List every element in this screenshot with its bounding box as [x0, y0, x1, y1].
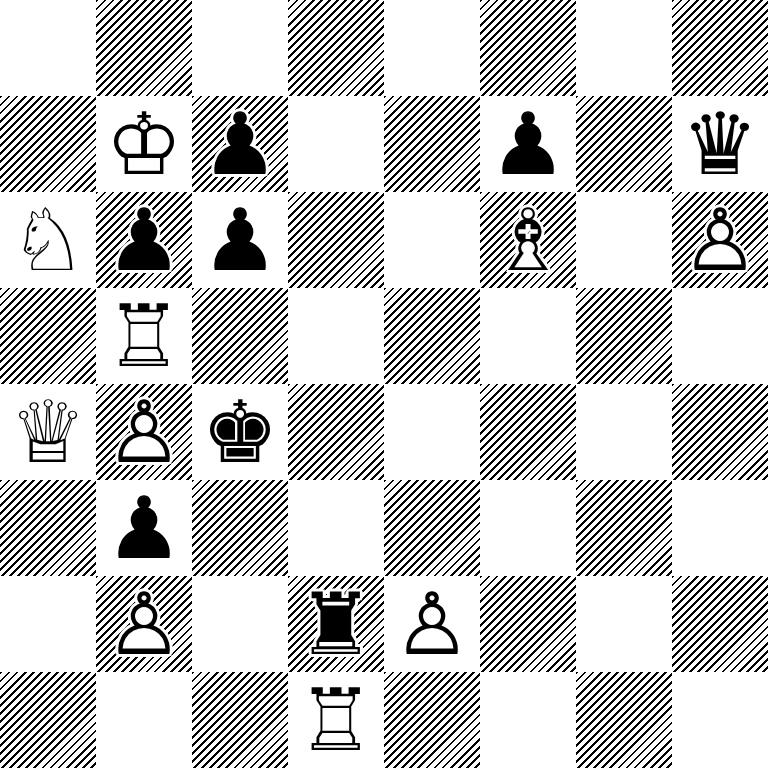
square-b8[interactable]	[96, 0, 192, 96]
square-e5[interactable]	[384, 288, 480, 384]
black-pawn: ♟♟	[192, 192, 288, 288]
square-g4[interactable]	[576, 384, 672, 480]
white-bishop: ♝♗	[480, 192, 576, 288]
square-h2[interactable]	[672, 576, 768, 672]
square-h6[interactable]: ♟♙	[672, 192, 768, 288]
square-f8[interactable]	[480, 0, 576, 96]
square-e6[interactable]	[384, 192, 480, 288]
square-h3[interactable]	[672, 480, 768, 576]
square-b2[interactable]: ♟♙	[96, 576, 192, 672]
piece-glyph: ♟	[96, 480, 192, 576]
square-e1[interactable]	[384, 672, 480, 768]
white-rook: ♜♖	[96, 288, 192, 384]
square-f1[interactable]	[480, 672, 576, 768]
black-pawn: ♟♟	[192, 96, 288, 192]
black-pawn: ♟♟	[480, 96, 576, 192]
square-h4[interactable]	[672, 384, 768, 480]
square-c2[interactable]	[192, 576, 288, 672]
white-king: ♚♔	[96, 96, 192, 192]
square-g5[interactable]	[576, 288, 672, 384]
square-b3[interactable]: ♟♟	[96, 480, 192, 576]
square-f7[interactable]: ♟♟	[480, 96, 576, 192]
square-a2[interactable]	[0, 576, 96, 672]
square-a1[interactable]	[0, 672, 96, 768]
white-knight: ♞♘	[0, 192, 96, 288]
square-a5[interactable]	[0, 288, 96, 384]
piece-glyph: ♔	[96, 96, 192, 192]
square-f3[interactable]	[480, 480, 576, 576]
square-d8[interactable]	[288, 0, 384, 96]
square-e8[interactable]	[384, 0, 480, 96]
piece-glyph: ♙	[96, 384, 192, 480]
chess-board: ♚♔♟♟♟♟♛♛♞♘♟♟♟♟♝♗♟♙♜♖♛♕♟♙♚♚♟♟♟♙♜♜♟♙♜♖	[0, 0, 768, 768]
piece-glyph: ♖	[288, 672, 384, 768]
piece-glyph: ♟	[96, 192, 192, 288]
square-g2[interactable]	[576, 576, 672, 672]
square-h8[interactable]	[672, 0, 768, 96]
square-d7[interactable]	[288, 96, 384, 192]
piece-glyph: ♟	[192, 96, 288, 192]
square-e7[interactable]	[384, 96, 480, 192]
square-h5[interactable]	[672, 288, 768, 384]
square-f5[interactable]	[480, 288, 576, 384]
square-d5[interactable]	[288, 288, 384, 384]
square-g8[interactable]	[576, 0, 672, 96]
white-pawn: ♟♙	[96, 384, 192, 480]
square-g6[interactable]	[576, 192, 672, 288]
square-c4[interactable]: ♚♚	[192, 384, 288, 480]
square-c1[interactable]	[192, 672, 288, 768]
square-h1[interactable]	[672, 672, 768, 768]
square-g7[interactable]	[576, 96, 672, 192]
piece-glyph: ♖	[96, 288, 192, 384]
square-f4[interactable]	[480, 384, 576, 480]
square-g3[interactable]	[576, 480, 672, 576]
square-a3[interactable]	[0, 480, 96, 576]
square-f2[interactable]	[480, 576, 576, 672]
square-e4[interactable]	[384, 384, 480, 480]
square-f6[interactable]: ♝♗	[480, 192, 576, 288]
black-king: ♚♚	[192, 384, 288, 480]
white-rook: ♜♖	[288, 672, 384, 768]
white-pawn: ♟♙	[96, 576, 192, 672]
white-pawn: ♟♙	[384, 576, 480, 672]
black-rook: ♜♜	[288, 576, 384, 672]
piece-glyph: ♙	[384, 576, 480, 672]
square-a4[interactable]: ♛♕	[0, 384, 96, 480]
square-b1[interactable]	[96, 672, 192, 768]
piece-glyph: ♟	[192, 192, 288, 288]
square-d4[interactable]	[288, 384, 384, 480]
square-e3[interactable]	[384, 480, 480, 576]
square-a6[interactable]: ♞♘	[0, 192, 96, 288]
piece-glyph: ♜	[288, 576, 384, 672]
black-pawn: ♟♟	[96, 192, 192, 288]
square-h7[interactable]: ♛♛	[672, 96, 768, 192]
square-e2[interactable]: ♟♙	[384, 576, 480, 672]
square-d1[interactable]: ♜♖	[288, 672, 384, 768]
square-b6[interactable]: ♟♟	[96, 192, 192, 288]
piece-glyph: ♟	[480, 96, 576, 192]
piece-glyph: ♙	[672, 192, 768, 288]
square-d3[interactable]	[288, 480, 384, 576]
square-b7[interactable]: ♚♔	[96, 96, 192, 192]
square-d6[interactable]	[288, 192, 384, 288]
square-c7[interactable]: ♟♟	[192, 96, 288, 192]
piece-glyph: ♕	[0, 384, 96, 480]
black-queen: ♛♛	[672, 96, 768, 192]
white-pawn: ♟♙	[672, 192, 768, 288]
square-c3[interactable]	[192, 480, 288, 576]
square-c5[interactable]	[192, 288, 288, 384]
square-g1[interactable]	[576, 672, 672, 768]
square-b4[interactable]: ♟♙	[96, 384, 192, 480]
piece-glyph: ♚	[192, 384, 288, 480]
piece-glyph: ♗	[480, 192, 576, 288]
square-c8[interactable]	[192, 0, 288, 96]
square-c6[interactable]: ♟♟	[192, 192, 288, 288]
square-a7[interactable]	[0, 96, 96, 192]
square-d2[interactable]: ♜♜	[288, 576, 384, 672]
square-a8[interactable]	[0, 0, 96, 96]
black-pawn: ♟♟	[96, 480, 192, 576]
white-queen: ♛♕	[0, 384, 96, 480]
piece-glyph: ♘	[0, 192, 96, 288]
piece-glyph: ♙	[96, 576, 192, 672]
square-b5[interactable]: ♜♖	[96, 288, 192, 384]
piece-glyph: ♛	[672, 96, 768, 192]
